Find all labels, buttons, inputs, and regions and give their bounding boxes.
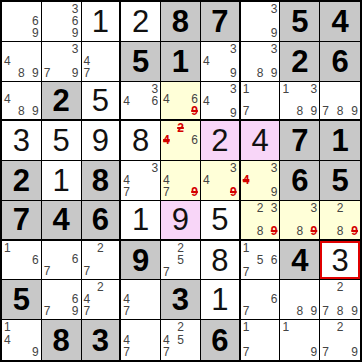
candidate-grid: 247 xyxy=(84,281,118,317)
cell-r2c2[interactable]: 379 xyxy=(42,42,82,82)
cell-r3c5[interactable]: 469 xyxy=(161,82,201,122)
cell-r8c4[interactable]: 47 xyxy=(121,280,161,320)
candidate-grid: 349 xyxy=(203,83,237,118)
candidate-2: 2 xyxy=(175,242,187,254)
candidate-grid: 279 xyxy=(322,321,358,358)
candidate-7: 7 xyxy=(243,105,255,117)
candidate-3: 3 xyxy=(225,162,236,174)
cell-r5c4[interactable]: 347 xyxy=(121,161,161,201)
candidate-3: 3 xyxy=(266,162,278,174)
given-digit: 3 xyxy=(172,284,189,315)
candidate-4: 4 xyxy=(163,93,175,105)
candidate-grid: 489 xyxy=(4,43,39,79)
candidate-9: 9 xyxy=(27,346,39,358)
cell-r4c5[interactable]: 624 xyxy=(161,121,201,161)
candidate-2: 2 xyxy=(175,321,187,333)
cell-r7c4[interactable]: 9 xyxy=(121,241,161,281)
candidate-grid: 624 xyxy=(163,122,198,158)
given-digit: 7 xyxy=(211,6,228,37)
candidate-7: 7 xyxy=(44,67,56,79)
given-digit: 7 xyxy=(13,204,30,235)
candidate-3: 3 xyxy=(266,3,278,15)
candidate-3: 3 xyxy=(306,83,318,95)
candidate-7: 7 xyxy=(44,305,56,317)
cell-r1c2[interactable]: 369 xyxy=(42,2,82,42)
cell-r3c7[interactable]: 17 xyxy=(241,82,281,122)
given-digit: 8 xyxy=(53,325,70,356)
given-digit: 3 xyxy=(92,325,109,356)
sudoku-board: 6936912873954489379475134938926489253464… xyxy=(0,0,362,362)
candidate-grid: 389 xyxy=(282,202,317,237)
candidate-7: 7 xyxy=(44,265,56,277)
given-digit: 6 xyxy=(291,165,308,196)
candidate-3: 3 xyxy=(266,202,278,214)
candidate-grid: 67 xyxy=(243,281,278,317)
cell-r8c2[interactable]: 679 xyxy=(42,280,82,320)
candidate-2: 2 xyxy=(95,242,106,254)
candidate-8: 8 xyxy=(294,305,306,317)
candidate-9: 9 xyxy=(306,305,318,317)
candidate-7: 7 xyxy=(84,265,95,277)
candidate-9: 9 xyxy=(67,305,79,317)
cell-r4c4[interactable]: 8 xyxy=(121,121,161,161)
candidate-6: 6 xyxy=(27,15,39,27)
candidate-9: 9 xyxy=(27,105,39,117)
candidate-grid: 257 xyxy=(163,242,198,278)
solved-digit: 5 xyxy=(92,85,109,116)
eliminated-candidate-9: 9 xyxy=(346,225,358,237)
candidate-grid: 389 xyxy=(243,43,278,79)
cell-r5c5[interactable]: 479 xyxy=(161,161,201,201)
candidate-9: 9 xyxy=(266,67,278,79)
candidate-grid: 469 xyxy=(163,83,198,118)
candidate-4: 4 xyxy=(203,95,214,107)
candidate-4: 4 xyxy=(203,55,214,67)
cell-r5c7[interactable]: 394 xyxy=(241,161,281,201)
cell-r5c3[interactable]: 8 xyxy=(82,161,122,201)
cell-r1c9[interactable]: 4 xyxy=(320,2,360,42)
cell-r4c8[interactable]: 7 xyxy=(280,121,320,161)
solved-digit: 4 xyxy=(251,125,268,156)
cell-r4c9[interactable]: 1 xyxy=(320,121,360,161)
given-digit: 5 xyxy=(291,6,308,37)
cell-r6c9[interactable]: 289 xyxy=(320,201,360,241)
candidate-grid: 2457 xyxy=(163,321,198,358)
cell-r6c6[interactable]: 5 xyxy=(201,201,241,241)
cell-r5c1[interactable]: 2 xyxy=(2,161,42,201)
candidate-2: 2 xyxy=(334,321,346,333)
candidate-grid: 47 xyxy=(84,43,118,79)
cell-r7c7[interactable]: 1567 xyxy=(241,241,281,281)
cell-r7c9[interactable]: 3 xyxy=(320,241,360,281)
cell-r1c1[interactable]: 69 xyxy=(2,2,42,42)
cell-r3c4[interactable]: 346 xyxy=(121,82,161,122)
candidate-8: 8 xyxy=(334,225,346,237)
candidate-7: 7 xyxy=(84,67,95,79)
cell-r7c2[interactable]: 67 xyxy=(42,241,82,281)
candidate-8: 8 xyxy=(254,67,266,79)
candidate-6: 6 xyxy=(67,253,79,265)
candidate-3: 3 xyxy=(67,43,79,55)
candidate-grid: 16 xyxy=(4,242,39,278)
given-digit: 4 xyxy=(291,245,308,276)
cell-r9c7[interactable]: 17 xyxy=(241,320,281,360)
cell-r2c7[interactable]: 389 xyxy=(241,42,281,82)
cell-r9c6[interactable]: 6 xyxy=(201,320,241,360)
cell-r1c6[interactable]: 7 xyxy=(201,2,241,42)
cell-r3c2[interactable]: 2 xyxy=(42,82,82,122)
cell-r2c9[interactable]: 6 xyxy=(320,42,360,82)
solved-digit: 9 xyxy=(92,125,109,156)
cell-r1c4[interactable]: 2 xyxy=(121,2,161,42)
cell-r2c8[interactable]: 2 xyxy=(280,42,320,82)
candidate-grid: 2389 xyxy=(243,202,278,237)
candidate-grid: 346 xyxy=(123,83,158,118)
candidate-7: 7 xyxy=(84,305,95,317)
candidate-grid: 17 xyxy=(243,321,278,358)
candidate-3: 3 xyxy=(147,162,159,174)
cell-r3c1[interactable]: 489 xyxy=(2,82,42,122)
solved-digit: 1 xyxy=(53,165,70,196)
candidate-9: 9 xyxy=(266,27,278,39)
cell-r2c1[interactable]: 489 xyxy=(2,42,42,82)
candidate-4: 4 xyxy=(4,55,16,67)
cell-r6c5[interactable]: 9 xyxy=(161,201,201,241)
candidate-3: 3 xyxy=(225,83,236,95)
cell-r5c2[interactable]: 1 xyxy=(42,161,82,201)
candidate-grid: 69 xyxy=(4,3,39,39)
candidate-9: 9 xyxy=(306,105,318,117)
eliminated-candidate-4: 4 xyxy=(163,134,175,146)
cell-r3c3[interactable]: 5 xyxy=(82,82,122,122)
cell-r9c9[interactable]: 279 xyxy=(320,320,360,360)
candidate-7: 7 xyxy=(322,346,334,358)
candidate-3: 3 xyxy=(225,43,236,55)
candidate-8: 8 xyxy=(254,225,266,237)
cell-r6c8[interactable]: 389 xyxy=(280,201,320,241)
given-digit: 5 xyxy=(132,46,149,77)
solved-digit: 2 xyxy=(132,6,149,37)
candidate-7: 7 xyxy=(123,346,135,358)
cell-r4c1[interactable]: 3 xyxy=(2,121,42,161)
candidate-9: 9 xyxy=(346,105,358,117)
candidate-1: 1 xyxy=(243,321,255,333)
candidate-grid: 394 xyxy=(243,162,278,198)
cell-r9c5[interactable]: 2457 xyxy=(161,320,201,360)
candidate-1: 1 xyxy=(243,83,255,95)
candidate-grid: 19 xyxy=(282,321,317,358)
solved-digit: 8 xyxy=(211,245,228,276)
cell-r7c5[interactable]: 257 xyxy=(161,241,201,281)
solved-digit: 1 xyxy=(132,204,149,235)
cell-r4c7[interactable]: 4 xyxy=(241,121,281,161)
candidate-grid: 289 xyxy=(322,202,358,237)
candidate-grid: 149 xyxy=(4,321,39,358)
cell-r6c2[interactable]: 4 xyxy=(42,201,82,241)
candidate-5: 5 xyxy=(175,254,187,266)
eliminated-candidate-9: 9 xyxy=(186,186,198,198)
cell-r3c8[interactable]: 1389 xyxy=(280,82,320,122)
solved-digit: 5 xyxy=(211,204,228,235)
solved-digit: 2 xyxy=(211,125,228,156)
candidate-8: 8 xyxy=(334,105,346,117)
candidate-8: 8 xyxy=(16,67,28,79)
given-digit: 2 xyxy=(13,165,30,196)
candidate-grid: 47 xyxy=(123,281,158,317)
cell-r2c5[interactable]: 1 xyxy=(161,42,201,82)
candidate-7: 7 xyxy=(243,346,255,358)
candidate-7: 7 xyxy=(163,186,175,198)
solved-digit: 9 xyxy=(172,204,189,235)
candidate-9: 9 xyxy=(225,107,236,119)
eliminated-candidate-2: 2 xyxy=(175,122,187,134)
candidate-6: 6 xyxy=(186,134,198,146)
candidate-5: 5 xyxy=(254,254,266,266)
given-digit: 1 xyxy=(331,125,348,156)
given-digit: 1 xyxy=(172,46,189,77)
candidate-7: 7 xyxy=(322,105,334,117)
cell-r9c3[interactable]: 3 xyxy=(82,320,122,360)
candidate-9: 9 xyxy=(67,67,79,79)
cell-r4c2[interactable]: 5 xyxy=(42,121,82,161)
candidate-9: 9 xyxy=(27,67,39,79)
candidate-grid: 39 xyxy=(243,3,278,39)
cell-r7c8[interactable]: 4 xyxy=(280,241,320,281)
candidate-4: 4 xyxy=(163,333,175,345)
cell-r7c3[interactable]: 27 xyxy=(82,241,122,281)
candidate-7: 7 xyxy=(322,305,334,317)
candidate-4: 4 xyxy=(123,333,135,345)
solved-digit: 1 xyxy=(92,6,109,37)
candidate-2: 2 xyxy=(95,281,106,293)
cell-r9c8[interactable]: 19 xyxy=(280,320,320,360)
given-digit: 6 xyxy=(92,204,109,235)
eliminated-candidate-9: 9 xyxy=(186,105,198,117)
solved-digit: 5 xyxy=(53,125,70,156)
candidate-grid: 27 xyxy=(84,242,118,278)
solved-digit: 1 xyxy=(211,284,228,315)
candidate-grid: 47 xyxy=(123,321,158,358)
cell-r1c3[interactable]: 1 xyxy=(82,2,122,42)
candidate-1: 1 xyxy=(4,321,16,333)
cell-r4c6[interactable]: 2 xyxy=(201,121,241,161)
candidate-6: 6 xyxy=(147,95,159,107)
candidate-grid: 479 xyxy=(163,162,198,198)
candidate-grid: 17 xyxy=(243,83,278,118)
cell-r9c1[interactable]: 149 xyxy=(2,320,42,360)
cell-r3c9[interactable]: 789 xyxy=(320,82,360,122)
candidate-7: 7 xyxy=(243,305,255,317)
eliminated-candidate-9: 9 xyxy=(306,225,318,237)
cell-r3c6[interactable]: 349 xyxy=(201,82,241,122)
candidate-3: 3 xyxy=(266,43,278,55)
cell-r8c7[interactable]: 67 xyxy=(241,280,281,320)
cell-r8c1[interactable]: 5 xyxy=(2,280,42,320)
given-digit: 5 xyxy=(331,165,348,196)
cell-r9c2[interactable]: 8 xyxy=(42,320,82,360)
candidate-9: 9 xyxy=(266,186,278,198)
cell-r8c3[interactable]: 247 xyxy=(82,280,122,320)
candidate-1: 1 xyxy=(282,83,294,95)
candidate-grid: 349 xyxy=(203,43,237,79)
eliminated-candidate-4: 4 xyxy=(243,174,255,186)
given-digit: 4 xyxy=(331,6,348,37)
candidate-6: 6 xyxy=(266,293,278,305)
candidate-2: 2 xyxy=(254,202,266,214)
candidate-grid: 379 xyxy=(44,43,79,79)
candidate-9: 9 xyxy=(67,27,79,39)
candidate-7: 7 xyxy=(123,186,135,198)
candidate-3: 3 xyxy=(147,83,159,95)
candidate-6: 6 xyxy=(27,254,39,266)
given-digit: 9 xyxy=(132,245,149,276)
candidate-8: 8 xyxy=(294,225,306,237)
candidate-6: 6 xyxy=(266,254,278,266)
candidate-grid: 789 xyxy=(322,83,358,118)
candidate-4: 4 xyxy=(4,93,16,105)
cell-r8c8[interactable]: 89 xyxy=(280,280,320,320)
given-digit: 2 xyxy=(53,85,70,116)
solved-digit: 8 xyxy=(132,125,149,156)
candidate-grid: 679 xyxy=(44,281,79,317)
cell-r8c9[interactable]: 2789 xyxy=(320,280,360,320)
given-digit: 6 xyxy=(331,46,348,77)
cell-r6c1[interactable]: 7 xyxy=(2,201,42,241)
cell-r2c6[interactable]: 349 xyxy=(201,42,241,82)
cell-r6c4[interactable]: 1 xyxy=(121,201,161,241)
candidate-grid: 1389 xyxy=(282,83,317,118)
candidate-9: 9 xyxy=(346,305,358,317)
solved-digit: 3 xyxy=(331,245,348,276)
candidate-grid: 349 xyxy=(203,162,237,198)
candidate-9: 9 xyxy=(225,67,236,79)
cell-r1c5[interactable]: 8 xyxy=(161,2,201,42)
candidate-2: 2 xyxy=(334,202,346,214)
cell-r6c7[interactable]: 2389 xyxy=(241,201,281,241)
candidate-grid: 347 xyxy=(123,162,158,198)
candidate-grid: 2789 xyxy=(322,281,358,317)
cell-r5c6[interactable]: 349 xyxy=(201,161,241,201)
cell-r1c7[interactable]: 39 xyxy=(241,2,281,42)
given-digit: 6 xyxy=(211,325,228,356)
cell-r8c5[interactable]: 3 xyxy=(161,280,201,320)
candidate-7: 7 xyxy=(243,266,255,278)
candidate-8: 8 xyxy=(294,105,306,117)
candidate-1: 1 xyxy=(243,242,255,254)
candidate-7: 7 xyxy=(123,305,135,317)
cell-r5c8[interactable]: 6 xyxy=(280,161,320,201)
candidate-1: 1 xyxy=(4,242,16,254)
cell-r5c9[interactable]: 5 xyxy=(320,161,360,201)
cell-r6c3[interactable]: 6 xyxy=(82,201,122,241)
candidate-9: 9 xyxy=(27,27,39,39)
cell-r8c6[interactable]: 1 xyxy=(201,280,241,320)
candidate-8: 8 xyxy=(16,105,28,117)
eliminated-candidate-9: 9 xyxy=(266,225,278,237)
given-digit: 2 xyxy=(291,46,308,77)
candidate-9: 9 xyxy=(306,346,318,358)
candidate-grid: 489 xyxy=(4,83,39,118)
candidate-4: 4 xyxy=(4,333,16,345)
candidate-1: 1 xyxy=(282,321,294,333)
given-digit: 8 xyxy=(172,6,189,37)
candidate-grid: 67 xyxy=(44,242,79,278)
candidate-5: 5 xyxy=(175,333,187,345)
candidate-grid: 1567 xyxy=(243,242,278,278)
cell-r2c3[interactable]: 47 xyxy=(82,42,122,82)
cell-r9c4[interactable]: 47 xyxy=(121,320,161,360)
candidate-9: 9 xyxy=(346,346,358,358)
candidate-2: 2 xyxy=(334,281,346,293)
cell-r7c1[interactable]: 16 xyxy=(2,241,42,281)
candidate-3: 3 xyxy=(306,202,318,214)
eliminated-candidate-9: 9 xyxy=(225,186,236,198)
cell-r2c4[interactable]: 5 xyxy=(121,42,161,82)
cell-r4c3[interactable]: 9 xyxy=(82,121,122,161)
candidate-7: 7 xyxy=(163,266,175,278)
candidate-4: 4 xyxy=(123,95,135,107)
candidate-4: 4 xyxy=(203,174,214,186)
candidate-grid: 89 xyxy=(282,281,317,317)
given-digit: 8 xyxy=(92,165,109,196)
given-digit: 7 xyxy=(291,125,308,156)
cell-r1c8[interactable]: 5 xyxy=(280,2,320,42)
candidate-8: 8 xyxy=(334,305,346,317)
solved-digit: 3 xyxy=(13,125,30,156)
cell-r7c6[interactable]: 8 xyxy=(201,241,241,281)
candidate-7: 7 xyxy=(163,346,175,358)
given-digit: 4 xyxy=(53,204,70,235)
candidate-grid: 369 xyxy=(44,3,79,39)
given-digit: 5 xyxy=(13,284,30,315)
candidate-4: 4 xyxy=(84,55,95,67)
